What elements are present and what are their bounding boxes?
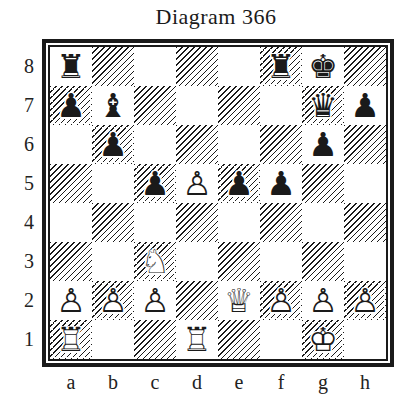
square-f8[interactable]: ♜♜ xyxy=(260,47,302,86)
square-h6[interactable] xyxy=(344,125,386,164)
square-f3[interactable] xyxy=(260,242,302,281)
rank-label-4: 4 xyxy=(16,203,42,242)
piece-glyph: ♙ xyxy=(344,281,386,320)
file-label-c: c xyxy=(134,371,176,394)
white-pawn-icon: ♟♙ xyxy=(134,281,176,320)
black-pawn-icon: ♟♟ xyxy=(50,86,92,125)
square-h3[interactable] xyxy=(344,242,386,281)
file-label-f: f xyxy=(260,371,302,394)
white-pawn-icon: ♟♙ xyxy=(260,281,302,320)
white-king-icon: ♚♔ xyxy=(302,320,344,359)
piece-glyph: ♝ xyxy=(92,86,134,125)
square-d2[interactable] xyxy=(176,281,218,320)
board-frame: ♜♜♜♜♚♚♟♟♝♝♛♛♟♟♟♟♟♟♟♟♟♙♟♟♟♟♞♘♟♙♟♙♟♙♛♕♟♙♟♙… xyxy=(42,39,394,367)
square-b3[interactable] xyxy=(92,242,134,281)
square-e8[interactable] xyxy=(218,47,260,86)
rank-label-1: 1 xyxy=(16,320,42,359)
piece-glyph: ♛ xyxy=(302,86,344,125)
square-f4[interactable] xyxy=(260,203,302,242)
file-label-h: h xyxy=(344,371,386,394)
file-label-g: g xyxy=(302,371,344,394)
piece-glyph: ♙ xyxy=(50,281,92,320)
square-b7[interactable]: ♝♝ xyxy=(92,86,134,125)
square-h7[interactable]: ♟♟ xyxy=(344,86,386,125)
square-e5[interactable]: ♟♟ xyxy=(218,164,260,203)
file-label-e: e xyxy=(218,371,260,394)
black-pawn-icon: ♟♟ xyxy=(302,125,344,164)
square-h8[interactable] xyxy=(344,47,386,86)
piece-glyph: ♖ xyxy=(176,320,218,359)
square-c7[interactable] xyxy=(134,86,176,125)
rank-labels: 87654321 xyxy=(16,39,42,359)
black-queen-icon: ♛♛ xyxy=(302,86,344,125)
square-g4[interactable] xyxy=(302,203,344,242)
square-h1[interactable] xyxy=(344,320,386,359)
rank-label-6: 6 xyxy=(16,125,42,164)
black-rook-icon: ♜♜ xyxy=(260,47,302,86)
rank-label-8: 8 xyxy=(16,47,42,86)
square-c8[interactable] xyxy=(134,47,176,86)
piece-glyph: ♙ xyxy=(176,164,218,203)
piece-glyph: ♙ xyxy=(134,281,176,320)
black-pawn-icon: ♟♟ xyxy=(344,86,386,125)
black-king-icon: ♚♚ xyxy=(302,47,344,86)
square-b1[interactable] xyxy=(92,320,134,359)
square-e1[interactable] xyxy=(218,320,260,359)
rank-label-5: 5 xyxy=(16,164,42,203)
black-pawn-icon: ♟♟ xyxy=(134,164,176,203)
square-d5[interactable]: ♟♙ xyxy=(176,164,218,203)
piece-glyph: ♙ xyxy=(302,281,344,320)
square-b4[interactable] xyxy=(92,203,134,242)
square-a3[interactable] xyxy=(50,242,92,281)
piece-glyph: ♟ xyxy=(218,164,260,203)
square-h2[interactable]: ♟♙ xyxy=(344,281,386,320)
black-pawn-icon: ♟♟ xyxy=(218,164,260,203)
black-pawn-icon: ♟♟ xyxy=(92,125,134,164)
file-label-d: d xyxy=(176,371,218,394)
square-a6[interactable] xyxy=(50,125,92,164)
square-c3[interactable]: ♞♘ xyxy=(134,242,176,281)
square-h4[interactable] xyxy=(344,203,386,242)
piece-glyph: ♟ xyxy=(50,86,92,125)
diagram-page: Diagram 366 87654321 ♜♜♜♜♚♚♟♟♝♝♛♛♟♟♟♟♟♟♟… xyxy=(0,0,400,400)
file-label-a: a xyxy=(50,371,92,394)
piece-glyph: ♟ xyxy=(344,86,386,125)
square-d3[interactable] xyxy=(176,242,218,281)
square-f7[interactable] xyxy=(260,86,302,125)
square-c6[interactable] xyxy=(134,125,176,164)
square-c4[interactable] xyxy=(134,203,176,242)
square-g7[interactable]: ♛♛ xyxy=(302,86,344,125)
white-rook-icon: ♜♖ xyxy=(176,320,218,359)
rank-label-7: 7 xyxy=(16,86,42,125)
square-f6[interactable] xyxy=(260,125,302,164)
piece-glyph: ♔ xyxy=(302,320,344,359)
piece-glyph: ♖ xyxy=(50,320,92,359)
white-pawn-icon: ♟♙ xyxy=(302,281,344,320)
square-a4[interactable] xyxy=(50,203,92,242)
piece-glyph: ♘ xyxy=(134,242,176,281)
square-c5[interactable]: ♟♟ xyxy=(134,164,176,203)
square-f5[interactable]: ♟♟ xyxy=(260,164,302,203)
diagram-title: Diagram 366 xyxy=(32,4,400,30)
square-a2[interactable]: ♟♙ xyxy=(50,281,92,320)
rank-label-2: 2 xyxy=(16,281,42,320)
square-b2[interactable]: ♟♙ xyxy=(92,281,134,320)
square-e2[interactable]: ♛♕ xyxy=(218,281,260,320)
square-c2[interactable]: ♟♙ xyxy=(134,281,176,320)
square-g3[interactable] xyxy=(302,242,344,281)
square-g2[interactable]: ♟♙ xyxy=(302,281,344,320)
square-d8[interactable] xyxy=(176,47,218,86)
square-e4[interactable] xyxy=(218,203,260,242)
file-labels: abcdefgh xyxy=(50,371,386,394)
piece-glyph: ♜ xyxy=(50,47,92,86)
white-pawn-icon: ♟♙ xyxy=(50,281,92,320)
piece-glyph: ♟ xyxy=(92,125,134,164)
piece-glyph: ♕ xyxy=(218,281,260,320)
square-a8[interactable]: ♜♜ xyxy=(50,47,92,86)
white-knight-icon: ♞♘ xyxy=(134,242,176,281)
square-d7[interactable] xyxy=(176,86,218,125)
square-g5[interactable] xyxy=(302,164,344,203)
square-d1[interactable]: ♜♖ xyxy=(176,320,218,359)
square-f1[interactable] xyxy=(260,320,302,359)
white-queen-icon: ♛♕ xyxy=(218,281,260,320)
square-a5[interactable] xyxy=(50,164,92,203)
square-g6[interactable]: ♟♟ xyxy=(302,125,344,164)
square-b5[interactable] xyxy=(92,164,134,203)
white-pawn-icon: ♟♙ xyxy=(92,281,134,320)
square-g1[interactable]: ♚♔ xyxy=(302,320,344,359)
rank-label-3: 3 xyxy=(16,242,42,281)
square-e7[interactable] xyxy=(218,86,260,125)
piece-glyph: ♟ xyxy=(302,125,344,164)
black-bishop-icon: ♝♝ xyxy=(92,86,134,125)
piece-glyph: ♟ xyxy=(260,164,302,203)
square-e3[interactable] xyxy=(218,242,260,281)
piece-glyph: ♚ xyxy=(302,47,344,86)
square-b6[interactable]: ♟♟ xyxy=(92,125,134,164)
piece-glyph: ♙ xyxy=(92,281,134,320)
white-rook-icon: ♜♖ xyxy=(50,320,92,359)
file-label-b: b xyxy=(92,371,134,394)
black-rook-icon: ♜♜ xyxy=(50,47,92,86)
square-d4[interactable] xyxy=(176,203,218,242)
square-a7[interactable]: ♟♟ xyxy=(50,86,92,125)
square-a1[interactable]: ♜♖ xyxy=(50,320,92,359)
square-f2[interactable]: ♟♙ xyxy=(260,281,302,320)
white-pawn-icon: ♟♙ xyxy=(176,164,218,203)
chess-board: ♜♜♜♜♚♚♟♟♝♝♛♛♟♟♟♟♟♟♟♟♟♙♟♟♟♟♞♘♟♙♟♙♟♙♛♕♟♙♟♙… xyxy=(50,47,386,359)
board-inner-frame: ♜♜♜♜♚♚♟♟♝♝♛♛♟♟♟♟♟♟♟♟♟♙♟♟♟♟♞♘♟♙♟♙♟♙♛♕♟♙♟♙… xyxy=(48,45,388,361)
square-e6[interactable] xyxy=(218,125,260,164)
square-h5[interactable] xyxy=(344,164,386,203)
square-d6[interactable] xyxy=(176,125,218,164)
piece-glyph: ♜ xyxy=(260,47,302,86)
board-area: 87654321 ♜♜♜♜♚♚♟♟♝♝♛♛♟♟♟♟♟♟♟♟♟♙♟♟♟♟♞♘♟♙♟… xyxy=(16,39,394,367)
square-g8[interactable]: ♚♚ xyxy=(302,47,344,86)
black-pawn-icon: ♟♟ xyxy=(260,164,302,203)
piece-glyph: ♟ xyxy=(134,164,176,203)
square-b8[interactable] xyxy=(92,47,134,86)
piece-glyph: ♙ xyxy=(260,281,302,320)
square-c1[interactable] xyxy=(134,320,176,359)
white-pawn-icon: ♟♙ xyxy=(344,281,386,320)
